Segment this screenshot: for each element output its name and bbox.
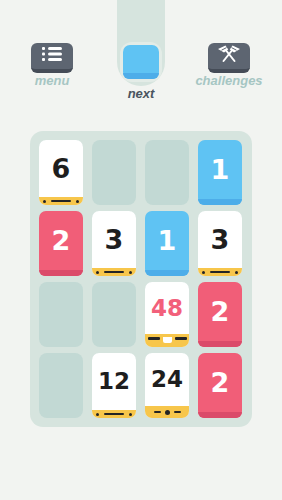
board-cell-r4c3: 24 [145, 353, 189, 418]
tile-bottom-edge [145, 270, 189, 276]
board-cell-r2c2: 3 [92, 211, 136, 276]
tile-3[interactable]: 3 [198, 211, 242, 276]
tile-2[interactable]: 2 [198, 353, 242, 418]
board-cell-r1c1: 6 [39, 140, 83, 205]
tile-bottom-edge [198, 341, 242, 347]
tile-number: 2 [211, 369, 230, 402]
tile-number: 48 [151, 297, 183, 333]
tile-number: 3 [211, 226, 230, 261]
tile-1[interactable]: 1 [145, 211, 189, 276]
next-label: next [0, 86, 282, 101]
card-face [39, 197, 83, 205]
board-cell-r4c1 [39, 353, 83, 418]
tile-number: 24 [151, 368, 183, 403]
board-cell-r2c1: 2 [39, 211, 83, 276]
tile-3[interactable]: 3 [92, 211, 136, 276]
board-cell-r4c2: 12 [92, 353, 136, 418]
tile-number: 6 [52, 155, 71, 190]
tile-2[interactable]: 2 [198, 282, 242, 347]
tile-number: 12 [98, 370, 130, 401]
next-tile-blue [123, 45, 159, 79]
menu-list-icon [42, 47, 62, 65]
tile-bottom-edge [198, 412, 242, 418]
board-cell-r4c4: 2 [198, 353, 242, 418]
tile-number: 3 [105, 226, 124, 261]
menu-label: menu [7, 73, 97, 88]
board-cell-r3c3: 48 [145, 282, 189, 347]
next-tile-column [117, 0, 165, 86]
tile-24[interactable]: 24 [145, 353, 189, 418]
tile-6[interactable]: 6 [39, 140, 83, 205]
board[interactable]: 61231348212242 [30, 131, 252, 427]
board-cell-r1c3 [145, 140, 189, 205]
tile-number: 1 [211, 156, 230, 189]
next-tile-slot [120, 42, 162, 82]
tile-12[interactable]: 12 [92, 353, 136, 418]
board-cell-r2c3: 1 [145, 211, 189, 276]
tile-number: 2 [52, 227, 71, 260]
board-cell-r2c4: 3 [198, 211, 242, 276]
next-tile-bottom-edge [123, 73, 159, 79]
card-face [198, 268, 242, 276]
challenges-button[interactable] [208, 43, 250, 73]
crossed-flags-icon [217, 45, 241, 67]
board-cell-r3c2 [92, 282, 136, 347]
board-cell-r1c4: 1 [198, 140, 242, 205]
challenges-label: challenges [184, 73, 274, 88]
tile-number: 2 [211, 298, 230, 331]
tile-bottom-edge [39, 270, 83, 276]
tile-1[interactable]: 1 [198, 140, 242, 205]
menu-button[interactable] [31, 43, 73, 73]
card-face [92, 410, 136, 418]
board-cell-r3c1 [39, 282, 83, 347]
card-face [92, 268, 136, 276]
board-cell-r3c4: 2 [198, 282, 242, 347]
tile-number: 1 [158, 227, 177, 260]
card-face [145, 406, 189, 418]
tile-48[interactable]: 48 [145, 282, 189, 347]
tile-2[interactable]: 2 [39, 211, 83, 276]
board-cell-r1c2 [92, 140, 136, 205]
card-face [145, 334, 189, 347]
tile-bottom-edge [198, 199, 242, 205]
